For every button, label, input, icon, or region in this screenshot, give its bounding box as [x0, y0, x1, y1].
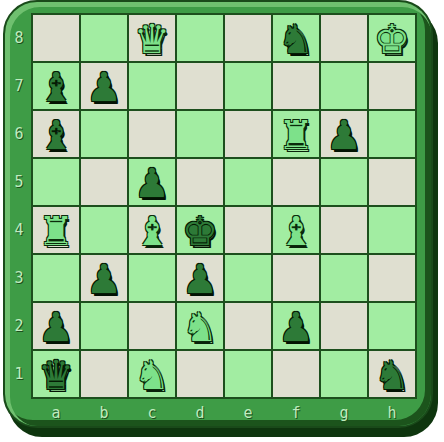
square-c5[interactable]: ♟ [129, 159, 175, 205]
piece-light-knight-c1[interactable]: ♞ [134, 355, 170, 395]
piece-dark-bishop-a7[interactable]: ♝ [38, 67, 74, 107]
file-label-b: b [81, 402, 127, 424]
square-a5[interactable] [33, 159, 79, 205]
square-a7[interactable]: ♝ [33, 63, 79, 109]
rank-label-6: 6 [9, 111, 29, 157]
square-e6[interactable] [225, 111, 271, 157]
square-a3[interactable] [33, 255, 79, 301]
square-c6[interactable] [129, 111, 175, 157]
square-g3[interactable] [321, 255, 367, 301]
piece-light-bishop-f4[interactable]: ♝ [278, 211, 314, 251]
square-a4[interactable]: ♜ [33, 207, 79, 253]
square-h1[interactable]: ♞ [369, 351, 415, 397]
square-d7[interactable] [177, 63, 223, 109]
square-b4[interactable] [81, 207, 127, 253]
square-e8[interactable] [225, 15, 271, 61]
square-c4[interactable]: ♝ [129, 207, 175, 253]
square-h4[interactable] [369, 207, 415, 253]
chessboard-window: ♛♞♚♝♟♝♜♟♟♜♝♚♝♟♟♟♞♟♛♞♞ 87654321 abcdefgh [0, 0, 444, 442]
square-c3[interactable] [129, 255, 175, 301]
square-f7[interactable] [273, 63, 319, 109]
square-g6[interactable]: ♟ [321, 111, 367, 157]
piece-light-rook-f6[interactable]: ♜ [278, 115, 314, 155]
square-f8[interactable]: ♞ [273, 15, 319, 61]
square-e5[interactable] [225, 159, 271, 205]
piece-light-queen-c8[interactable]: ♛ [134, 19, 170, 59]
square-c7[interactable] [129, 63, 175, 109]
rank-label-7: 7 [9, 63, 29, 109]
square-g8[interactable] [321, 15, 367, 61]
file-label-a: a [33, 402, 79, 424]
square-h5[interactable] [369, 159, 415, 205]
square-e2[interactable] [225, 303, 271, 349]
piece-light-knight-d2[interactable]: ♞ [182, 307, 218, 347]
square-f5[interactable] [273, 159, 319, 205]
square-a2[interactable]: ♟ [33, 303, 79, 349]
square-f1[interactable] [273, 351, 319, 397]
square-e1[interactable] [225, 351, 271, 397]
square-d4[interactable]: ♚ [177, 207, 223, 253]
square-b1[interactable] [81, 351, 127, 397]
piece-dark-pawn-b7[interactable]: ♟ [86, 67, 122, 107]
square-a1[interactable]: ♛ [33, 351, 79, 397]
square-c1[interactable]: ♞ [129, 351, 175, 397]
file-label-e: e [225, 402, 271, 424]
piece-dark-knight-h1[interactable]: ♞ [374, 355, 410, 395]
piece-dark-pawn-a2[interactable]: ♟ [38, 307, 74, 347]
square-b8[interactable] [81, 15, 127, 61]
piece-dark-pawn-g6[interactable]: ♟ [326, 115, 362, 155]
square-d6[interactable] [177, 111, 223, 157]
square-f2[interactable]: ♟ [273, 303, 319, 349]
square-e7[interactable] [225, 63, 271, 109]
square-g2[interactable] [321, 303, 367, 349]
square-b2[interactable] [81, 303, 127, 349]
square-c2[interactable] [129, 303, 175, 349]
square-d1[interactable] [177, 351, 223, 397]
square-b7[interactable]: ♟ [81, 63, 127, 109]
piece-dark-king-d4[interactable]: ♚ [182, 211, 218, 251]
piece-dark-pawn-b3[interactable]: ♟ [86, 259, 122, 299]
piece-dark-knight-f8[interactable]: ♞ [278, 19, 314, 59]
rank-label-5: 5 [9, 159, 29, 205]
rank-label-1: 1 [9, 351, 29, 397]
file-label-f: f [273, 402, 319, 424]
file-label-d: d [177, 402, 223, 424]
rank-label-4: 4 [9, 207, 29, 253]
piece-dark-pawn-f2[interactable]: ♟ [278, 307, 314, 347]
piece-light-king-h8[interactable]: ♚ [374, 19, 410, 59]
square-h8[interactable]: ♚ [369, 15, 415, 61]
piece-dark-bishop-a6[interactable]: ♝ [38, 115, 74, 155]
board-grid: ♛♞♚♝♟♝♜♟♟♜♝♚♝♟♟♟♞♟♛♞♞ [31, 13, 417, 399]
square-b6[interactable] [81, 111, 127, 157]
square-d2[interactable]: ♞ [177, 303, 223, 349]
piece-light-bishop-c4[interactable]: ♝ [134, 211, 170, 251]
rank-label-8: 8 [9, 15, 29, 61]
square-a6[interactable]: ♝ [33, 111, 79, 157]
square-f3[interactable] [273, 255, 319, 301]
square-g1[interactable] [321, 351, 367, 397]
file-label-c: c [129, 402, 175, 424]
square-h6[interactable] [369, 111, 415, 157]
square-g4[interactable] [321, 207, 367, 253]
square-b5[interactable] [81, 159, 127, 205]
rank-label-2: 2 [9, 303, 29, 349]
square-h3[interactable] [369, 255, 415, 301]
square-e3[interactable] [225, 255, 271, 301]
square-h2[interactable] [369, 303, 415, 349]
square-h7[interactable] [369, 63, 415, 109]
square-c8[interactable]: ♛ [129, 15, 175, 61]
piece-dark-pawn-c5[interactable]: ♟ [134, 163, 170, 203]
square-g5[interactable] [321, 159, 367, 205]
square-f6[interactable]: ♜ [273, 111, 319, 157]
square-d5[interactable] [177, 159, 223, 205]
piece-dark-queen-a1[interactable]: ♛ [38, 355, 74, 395]
square-e4[interactable] [225, 207, 271, 253]
square-d8[interactable] [177, 15, 223, 61]
square-b3[interactable]: ♟ [81, 255, 127, 301]
piece-light-rook-a4[interactable]: ♜ [38, 211, 74, 251]
square-f4[interactable]: ♝ [273, 207, 319, 253]
piece-dark-pawn-d3[interactable]: ♟ [182, 259, 218, 299]
square-d3[interactable]: ♟ [177, 255, 223, 301]
square-a8[interactable] [33, 15, 79, 61]
file-label-g: g [321, 402, 367, 424]
rank-label-3: 3 [9, 255, 29, 301]
file-label-h: h [369, 402, 415, 424]
square-g7[interactable] [321, 63, 367, 109]
